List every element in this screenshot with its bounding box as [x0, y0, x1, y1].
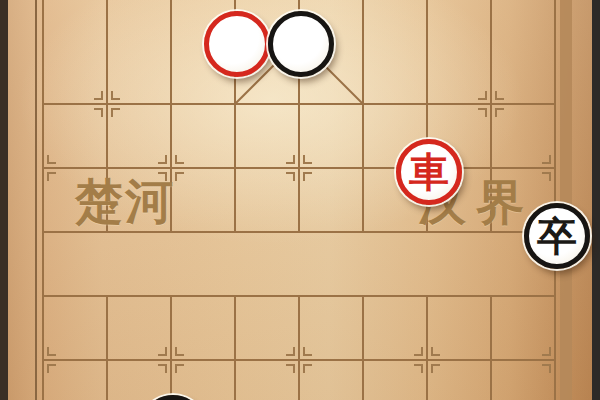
piece-character: 卒: [537, 216, 577, 257]
piece-red-piece-cropped-top[interactable]: [204, 11, 270, 77]
river-label-chu-he: 楚河: [75, 177, 175, 225]
frame-margin-left: [0, 0, 8, 400]
piece-black-soldier[interactable]: 卒: [524, 203, 590, 269]
frame-margin-right: [592, 0, 600, 400]
piece-black-piece-cropped-top[interactable]: [268, 11, 334, 77]
piece-character: 車: [409, 152, 449, 193]
xiangqi-board[interactable]: 楚河 汉界 車卒馬: [0, 0, 600, 400]
piece-red-chariot[interactable]: 車: [396, 139, 462, 205]
